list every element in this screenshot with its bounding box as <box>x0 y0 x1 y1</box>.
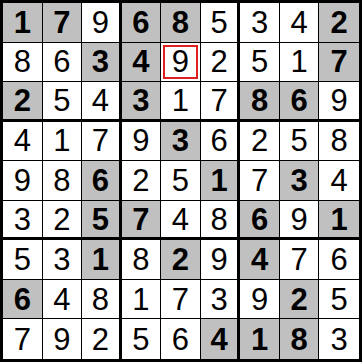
cell-r5c9[interactable]: 4 <box>319 161 359 201</box>
cell-r4c6[interactable]: 6 <box>201 122 241 162</box>
cell-r8c4[interactable]: 1 <box>122 280 162 320</box>
cell-r4c4[interactable]: 9 <box>122 122 162 162</box>
cell-r4c1[interactable]: 4 <box>3 122 43 162</box>
cell-r2c3[interactable]: 3 <box>82 43 122 83</box>
cell-r8c1[interactable]: 6 <box>3 280 43 320</box>
cell-r8c5[interactable]: 7 <box>161 280 201 320</box>
cell-r3c5[interactable]: 1 <box>161 82 201 122</box>
cell-r5c2[interactable]: 8 <box>43 161 83 201</box>
cell-r4c7[interactable]: 2 <box>240 122 280 162</box>
cell-r8c7[interactable]: 9 <box>240 280 280 320</box>
cell-r2c5[interactable]: 9 <box>161 43 201 83</box>
cell-r4c2[interactable]: 1 <box>43 122 83 162</box>
cell-r5c4[interactable]: 2 <box>122 161 162 201</box>
cell-r4c3[interactable]: 7 <box>82 122 122 162</box>
cell-r6c8[interactable]: 9 <box>280 201 320 241</box>
cell-r9c3[interactable]: 2 <box>82 319 122 359</box>
cell-r8c2[interactable]: 4 <box>43 280 83 320</box>
cell-r6c3[interactable]: 5 <box>82 201 122 241</box>
cell-r6c4[interactable]: 7 <box>122 201 162 241</box>
cell-r7c1[interactable]: 5 <box>3 240 43 280</box>
cell-r5c5[interactable]: 5 <box>161 161 201 201</box>
cell-r1c4[interactable]: 6 <box>122 3 162 43</box>
cell-r9c5[interactable]: 6 <box>161 319 201 359</box>
cell-r1c5[interactable]: 8 <box>161 3 201 43</box>
cell-r3c9[interactable]: 9 <box>319 82 359 122</box>
cell-r5c3[interactable]: 6 <box>82 161 122 201</box>
cell-r4c9[interactable]: 8 <box>319 122 359 162</box>
cell-r6c1[interactable]: 3 <box>3 201 43 241</box>
cell-r1c6[interactable]: 5 <box>201 3 241 43</box>
cell-r9c6[interactable]: 4 <box>201 319 241 359</box>
cell-r2c7[interactable]: 5 <box>240 43 280 83</box>
cell-r9c2[interactable]: 9 <box>43 319 83 359</box>
cell-r6c2[interactable]: 2 <box>43 201 83 241</box>
cell-r4c5[interactable]: 3 <box>161 122 201 162</box>
cell-r1c7[interactable]: 3 <box>240 3 280 43</box>
cell-r8c3[interactable]: 8 <box>82 280 122 320</box>
cell-r9c7[interactable]: 1 <box>240 319 280 359</box>
cell-r3c1[interactable]: 2 <box>3 82 43 122</box>
cell-r3c7[interactable]: 8 <box>240 82 280 122</box>
cell-r3c6[interactable]: 7 <box>201 82 241 122</box>
cell-r2c6[interactable]: 2 <box>201 43 241 83</box>
cell-r3c3[interactable]: 4 <box>82 82 122 122</box>
cell-r7c9[interactable]: 6 <box>319 240 359 280</box>
cell-r1c2[interactable]: 7 <box>43 3 83 43</box>
cell-r1c8[interactable]: 4 <box>280 3 320 43</box>
cell-r6c9[interactable]: 1 <box>319 201 359 241</box>
cell-r5c6[interactable]: 1 <box>201 161 241 201</box>
cell-r6c6[interactable]: 8 <box>201 201 241 241</box>
cell-r1c9[interactable]: 2 <box>319 3 359 43</box>
cell-r7c4[interactable]: 8 <box>122 240 162 280</box>
cell-r9c1[interactable]: 7 <box>3 319 43 359</box>
cell-r7c8[interactable]: 7 <box>280 240 320 280</box>
cell-r5c1[interactable]: 9 <box>3 161 43 201</box>
cell-r9c8[interactable]: 8 <box>280 319 320 359</box>
cell-r6c7[interactable]: 6 <box>240 201 280 241</box>
cell-r2c1[interactable]: 8 <box>3 43 43 83</box>
cell-r1c3[interactable]: 9 <box>82 3 122 43</box>
cell-r2c4[interactable]: 4 <box>122 43 162 83</box>
cell-r2c9[interactable]: 7 <box>319 43 359 83</box>
cell-r3c4[interactable]: 3 <box>122 82 162 122</box>
cell-r3c8[interactable]: 6 <box>280 82 320 122</box>
sudoku-board: 1796853428634925172543178694179362589862… <box>0 0 362 362</box>
cell-r4c8[interactable]: 5 <box>280 122 320 162</box>
cell-r7c2[interactable]: 3 <box>43 240 83 280</box>
cell-r7c5[interactable]: 2 <box>161 240 201 280</box>
cell-r9c4[interactable]: 5 <box>122 319 162 359</box>
cell-r5c8[interactable]: 3 <box>280 161 320 201</box>
cell-r5c7[interactable]: 7 <box>240 161 280 201</box>
cell-r9c9[interactable]: 3 <box>319 319 359 359</box>
cell-r8c8[interactable]: 2 <box>280 280 320 320</box>
cell-r8c6[interactable]: 3 <box>201 280 241 320</box>
cell-r2c2[interactable]: 6 <box>43 43 83 83</box>
cell-r1c1[interactable]: 1 <box>3 3 43 43</box>
cell-r2c8[interactable]: 1 <box>280 43 320 83</box>
cell-r6c5[interactable]: 4 <box>161 201 201 241</box>
cell-r7c6[interactable]: 9 <box>201 240 241 280</box>
cell-r3c2[interactable]: 5 <box>43 82 83 122</box>
cell-r8c9[interactable]: 5 <box>319 280 359 320</box>
cell-r7c7[interactable]: 4 <box>240 240 280 280</box>
cell-r7c3[interactable]: 1 <box>82 240 122 280</box>
